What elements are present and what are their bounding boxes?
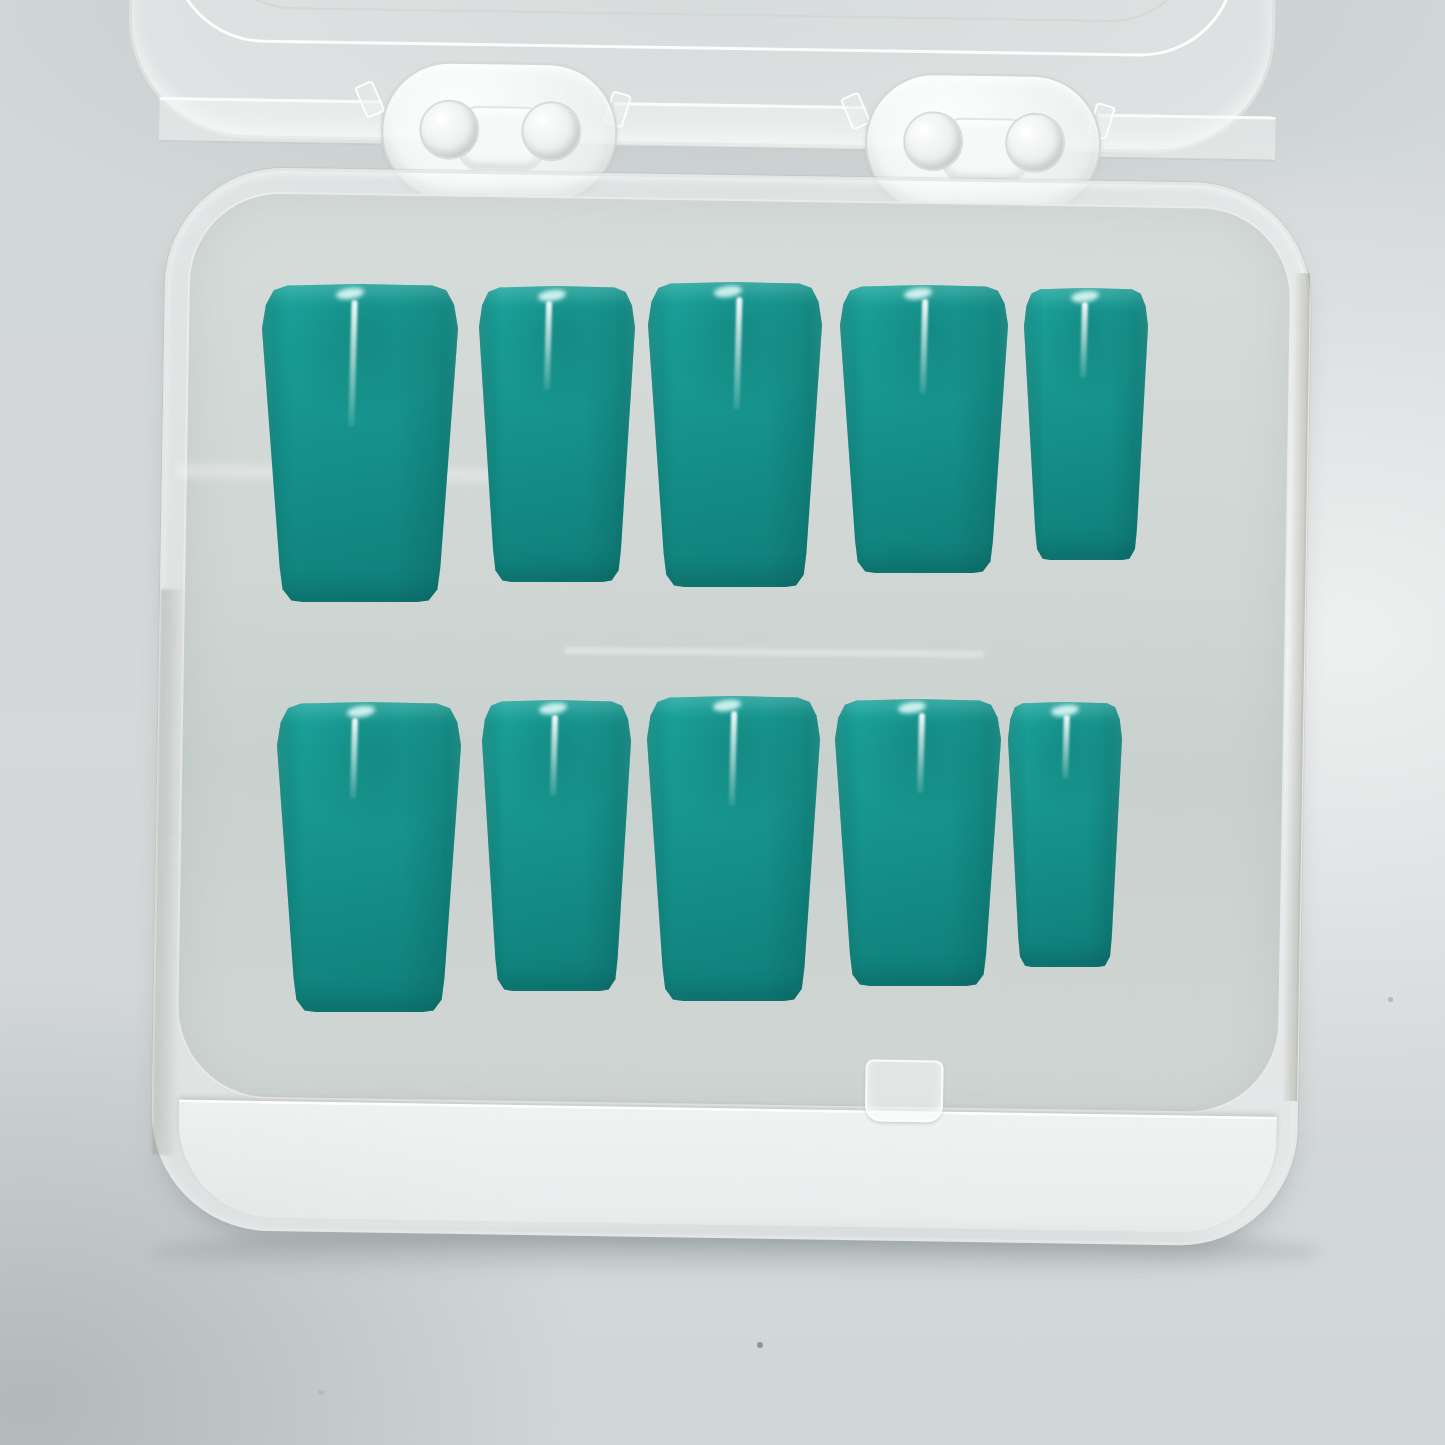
- press-on-nail: [835, 699, 1001, 986]
- background-speck: [1388, 997, 1393, 1002]
- background-speck: [318, 1390, 324, 1395]
- press-on-nail: [479, 286, 635, 582]
- background-speck: [757, 1342, 763, 1348]
- press-on-nail: [262, 284, 458, 602]
- nail-grid: [0, 0, 1445, 1445]
- press-on-nail: [647, 696, 820, 1001]
- press-on-nail: [1008, 702, 1122, 967]
- press-on-nail: [1024, 288, 1148, 560]
- press-on-nail: [648, 282, 822, 587]
- product-photo: [0, 0, 1445, 1445]
- press-on-nail: [840, 285, 1008, 573]
- press-on-nail: [482, 700, 631, 991]
- press-on-nail: [277, 702, 461, 1012]
